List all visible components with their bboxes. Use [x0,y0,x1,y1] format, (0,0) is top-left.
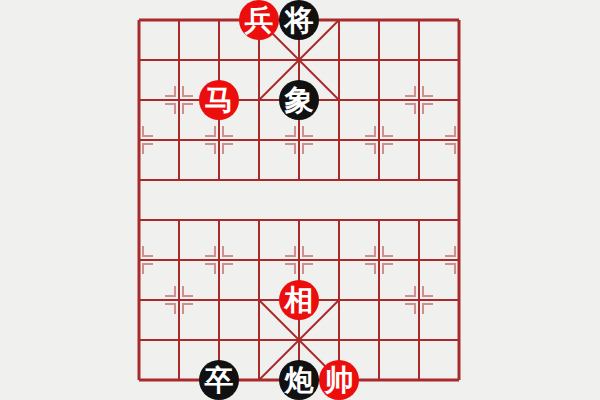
piece-black-cannon[interactable]: 炮 [279,360,319,400]
piece-black-elephant[interactable]: 象 [279,80,319,120]
piece-red-horse[interactable]: 马 [199,80,239,120]
piece-red-soldier[interactable]: 兵 [239,0,279,40]
piece-black-general[interactable]: 将 [279,0,319,40]
piece-black-soldier[interactable]: 卒 [199,360,239,400]
piece-red-general[interactable]: 帅 [319,360,359,400]
pieces-layer: 兵将马象相卒炮帅 [119,0,479,400]
piece-red-elephant[interactable]: 相 [279,280,319,320]
xiangqi-board: 兵将马象相卒炮帅 [0,0,600,400]
